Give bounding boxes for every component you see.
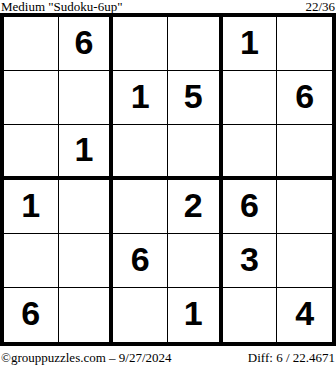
cell-r3c4-empty[interactable] bbox=[168, 125, 223, 179]
cell-r5c1-empty[interactable] bbox=[4, 234, 59, 288]
cell-r6c6-given-4: 4 bbox=[277, 288, 332, 342]
cell-r1c2-given-6: 6 bbox=[59, 17, 114, 71]
cell-r4c3-empty[interactable] bbox=[113, 180, 168, 234]
cell-r2c5-empty[interactable] bbox=[223, 71, 278, 125]
cell-r2c1-empty[interactable] bbox=[4, 71, 59, 125]
cell-r3c1-empty[interactable] bbox=[4, 125, 59, 179]
puzzle-title: Medium "Sudoku-6up" bbox=[1, 0, 122, 13]
cell-r6c2-empty[interactable] bbox=[59, 288, 114, 342]
cell-r6c3-empty[interactable] bbox=[113, 288, 168, 342]
cell-r1c3-empty[interactable] bbox=[113, 17, 168, 71]
cell-r6c4-given-1: 1 bbox=[168, 288, 223, 342]
cell-r2c3-given-1: 1 bbox=[113, 71, 168, 125]
cell-r2c4-given-5: 5 bbox=[168, 71, 223, 125]
cell-r3c2-given-1: 1 bbox=[59, 125, 114, 179]
cell-r4c1-given-1: 1 bbox=[4, 180, 59, 234]
difficulty-text: Diff: 6 / 22.4671 bbox=[248, 351, 335, 365]
cell-r5c2-empty[interactable] bbox=[59, 234, 114, 288]
cell-r1c6-empty[interactable] bbox=[277, 17, 332, 71]
cell-r4c6-empty[interactable] bbox=[277, 180, 332, 234]
cell-r5c6-empty[interactable] bbox=[277, 234, 332, 288]
cell-r1c4-empty[interactable] bbox=[168, 17, 223, 71]
progress-counter: 22/36 bbox=[305, 0, 335, 13]
cell-r5c3-given-6: 6 bbox=[113, 234, 168, 288]
cell-r4c4-given-2: 2 bbox=[168, 180, 223, 234]
footer: ©grouppuzzles.com – 9/27/2024 Diff: 6 / … bbox=[1, 351, 335, 365]
cell-r4c2-empty[interactable] bbox=[59, 180, 114, 234]
cell-r3c5-empty[interactable] bbox=[223, 125, 278, 179]
header: Medium "Sudoku-6up" 22/36 bbox=[1, 0, 335, 13]
cell-r4c5-given-6: 6 bbox=[223, 180, 278, 234]
credit-text: ©grouppuzzles.com – 9/27/2024 bbox=[1, 351, 172, 365]
cell-r5c4-empty[interactable] bbox=[168, 234, 223, 288]
sudoku-page: Medium "Sudoku-6up" 22/36 61156112663614… bbox=[0, 0, 336, 370]
cell-r2c2-empty[interactable] bbox=[59, 71, 114, 125]
cell-r6c1-given-6: 6 bbox=[4, 288, 59, 342]
cell-r3c6-empty[interactable] bbox=[277, 125, 332, 179]
cell-r3c3-empty[interactable] bbox=[113, 125, 168, 179]
sudoku-board: 61156112663614 bbox=[0, 13, 336, 346]
cell-r1c1-empty[interactable] bbox=[4, 17, 59, 71]
cell-r5c5-given-3: 3 bbox=[223, 234, 278, 288]
cell-r2c6-given-6: 6 bbox=[277, 71, 332, 125]
cell-r1c5-given-1: 1 bbox=[223, 17, 278, 71]
cell-r6c5-empty[interactable] bbox=[223, 288, 278, 342]
